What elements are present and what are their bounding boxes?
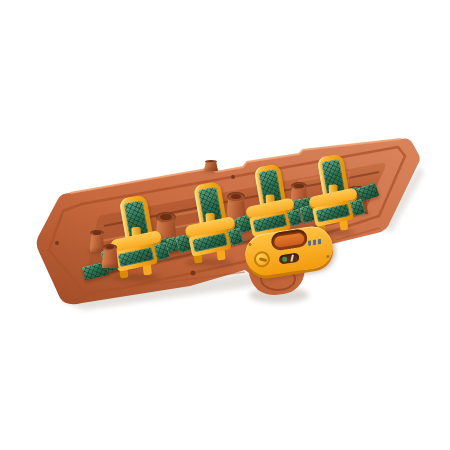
pot-hole <box>294 184 303 189</box>
gate-2[interactable] <box>187 183 233 263</box>
product-photo-stage <box>0 0 450 450</box>
gate-base-mesh <box>192 233 228 253</box>
gate-base-mesh <box>118 247 155 267</box>
pot-hole <box>106 245 114 249</box>
window-lever[interactable] <box>290 254 294 261</box>
dial-key-icon <box>259 257 268 262</box>
gate-4[interactable] <box>311 155 356 233</box>
gate-base-mesh <box>315 204 350 223</box>
winder-crank[interactable] <box>274 233 305 249</box>
pot[interactable] <box>102 244 119 268</box>
pot-hole <box>160 214 171 220</box>
pot[interactable] <box>204 160 218 171</box>
pot-opening <box>90 230 103 236</box>
pot-opening <box>103 244 118 251</box>
gate-1[interactable] <box>113 196 160 278</box>
pot-hole <box>93 231 100 234</box>
pot-hole <box>208 161 215 163</box>
pieces-layer <box>0 0 450 450</box>
green-indicator-dot <box>282 256 288 262</box>
